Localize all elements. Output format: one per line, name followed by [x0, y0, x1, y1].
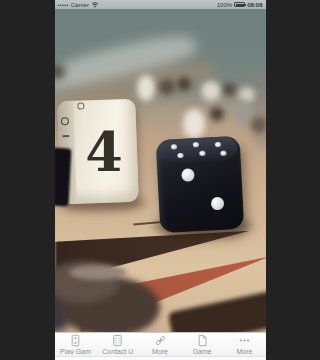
dice-icon [69, 334, 82, 347]
black-checker-edge [55, 148, 72, 207]
clock: 08:08 [247, 2, 262, 8]
carrier-label: Carrier [71, 2, 89, 8]
tab-label: More [152, 348, 168, 355]
status-left: ••••• Carrier [58, 1, 100, 8]
tab-label: Contact Us [102, 348, 133, 355]
battery-percent: 100% [217, 2, 232, 8]
tab-label: Play Game [60, 348, 91, 355]
bottom-strip [55, 356, 266, 360]
tab-contact-us[interactable]: Contact Us [97, 333, 139, 356]
black-die-pip [210, 197, 224, 211]
contact-icon [111, 334, 124, 347]
white-die-value: 4 [72, 100, 134, 203]
tab-label: Game [193, 348, 212, 355]
bokeh-checker [137, 75, 155, 101]
tab-more[interactable]: More [223, 333, 265, 356]
black-die-pip [181, 168, 195, 182]
black-die-top-face [158, 136, 237, 166]
tab-bar: Play Game Contact Us More [55, 332, 266, 356]
battery-icon [234, 2, 245, 7]
tab-more-link[interactable]: More [139, 333, 181, 356]
tab-play-game[interactable]: Play Game [55, 333, 97, 356]
bokeh-checker [223, 83, 236, 96]
status-right: 100% 08:08 [217, 2, 263, 8]
ellipsis-icon [238, 334, 251, 347]
bokeh-checker [251, 117, 266, 133]
white-die-side-mark [62, 135, 69, 137]
bokeh-checker [159, 79, 175, 95]
app-window: ••••• Carrier 100% 08:08 [55, 0, 266, 360]
bokeh-checker [235, 101, 253, 123]
bokeh-checker [183, 109, 205, 139]
backgammon-photo: 4 [55, 9, 266, 332]
signal-dots-icon: ••••• [58, 2, 69, 8]
foreground-checker-rim [69, 265, 127, 280]
white-die-side-mark [60, 117, 68, 125]
bokeh-checker [201, 81, 221, 101]
tab-label: More [236, 348, 252, 355]
document-icon [196, 334, 209, 347]
link-icon [154, 334, 167, 347]
bokeh-checker [177, 77, 191, 91]
bokeh-checker [210, 107, 224, 121]
tab-game[interactable]: Game [181, 333, 223, 356]
black-die [155, 136, 244, 233]
status-bar: ••••• Carrier 100% 08:08 [55, 0, 266, 9]
wifi-icon [91, 1, 99, 8]
